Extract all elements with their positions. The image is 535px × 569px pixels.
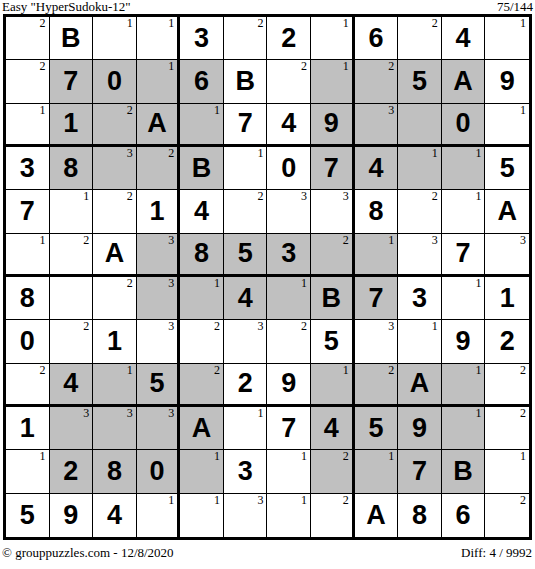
- cell-r5c7[interactable]: 3: [267, 190, 311, 233]
- cell-value: 4: [50, 364, 93, 404]
- pencil-mark: 2: [40, 60, 46, 73]
- cell-r3c9[interactable]: 3: [355, 104, 399, 147]
- cell-value: A: [137, 104, 178, 144]
- cell-value: 4: [224, 277, 267, 319]
- cell-r6c8[interactable]: 2: [311, 234, 355, 277]
- cell-r6c7[interactable]: 3: [267, 234, 311, 277]
- cell-r8c6[interactable]: 3: [224, 320, 268, 363]
- pencil-mark: 2: [388, 364, 394, 377]
- cell-r10c4[interactable]: 3: [137, 407, 181, 450]
- cell-r11c1[interactable]: 1: [6, 450, 50, 493]
- cell-value: 2: [224, 364, 267, 404]
- pencil-mark: 1: [475, 277, 481, 290]
- pencil-mark: 1: [40, 104, 46, 117]
- cell-value: A: [180, 407, 223, 449]
- cell-r5c12[interactable]: A: [485, 190, 529, 233]
- cell-r2c5[interactable]: 6: [180, 60, 224, 103]
- cell-r6c2[interactable]: 2: [50, 234, 94, 277]
- cell-r4c6[interactable]: 1: [224, 147, 268, 190]
- cell-r7c12[interactable]: 1: [485, 277, 529, 320]
- cell-value: 0: [93, 60, 136, 102]
- pencil-mark: 1: [83, 190, 89, 203]
- cell-r11c5[interactable]: 1: [180, 450, 224, 493]
- cell-value: 4: [267, 104, 310, 144]
- cell-r1c11[interactable]: 4: [442, 17, 486, 60]
- pencil-mark: 1: [301, 450, 307, 463]
- cell-r12c11[interactable]: 6: [442, 494, 486, 537]
- cell-r7c4[interactable]: 3: [137, 277, 181, 320]
- cell-r3c6[interactable]: 7: [224, 104, 268, 147]
- cell-value: 8: [180, 234, 223, 274]
- pencil-mark: 3: [520, 234, 526, 247]
- pencil-mark: 2: [343, 450, 349, 463]
- cell-value: 7: [355, 277, 398, 319]
- pencil-mark: 2: [301, 60, 307, 73]
- cell-r6c3[interactable]: A: [93, 234, 137, 277]
- sudoku-board: 2B113221624127016B2125A9112A17493013832B…: [3, 14, 532, 540]
- pencil-mark: 1: [475, 364, 481, 377]
- cell-r9c5[interactable]: 2: [180, 364, 224, 407]
- pencil-mark: 1: [343, 60, 349, 73]
- cell-r1c9[interactable]: 6: [355, 17, 399, 60]
- cell-value: 2: [50, 450, 93, 492]
- cell-r4c10[interactable]: 1: [398, 147, 442, 190]
- cell-r6c11[interactable]: 7: [442, 234, 486, 277]
- cell-r7c6[interactable]: 4: [224, 277, 268, 320]
- cell-value: 5: [311, 320, 352, 362]
- cell-r11c12[interactable]: 1: [485, 450, 529, 493]
- cell-r10c8[interactable]: 4: [311, 407, 355, 450]
- pencil-mark: 3: [168, 277, 174, 290]
- cell-value: 3: [6, 147, 49, 189]
- cell-value: 8: [6, 277, 49, 319]
- cell-value: 9: [50, 494, 93, 537]
- cell-value: 4: [93, 494, 136, 537]
- cell-r5c4[interactable]: 1: [137, 190, 181, 233]
- cell-r2c3[interactable]: 0: [93, 60, 137, 103]
- cell-r2c12[interactable]: 9: [485, 60, 529, 103]
- pencil-mark: 2: [432, 190, 438, 203]
- cell-value: 3: [267, 234, 310, 274]
- cell-r11c6[interactable]: 3: [224, 450, 268, 493]
- cell-r9c8[interactable]: 1: [311, 364, 355, 407]
- cell-r2c8[interactable]: 1: [311, 60, 355, 103]
- cell-r8c1[interactable]: 0: [6, 320, 50, 363]
- cell-r9c4[interactable]: 5: [137, 364, 181, 407]
- cell-r8c8[interactable]: 5: [311, 320, 355, 363]
- cell-r9c6[interactable]: 2: [224, 364, 268, 407]
- pencil-mark: 1: [388, 450, 394, 463]
- pencil-mark: 2: [40, 17, 46, 30]
- cell-r7c10[interactable]: 3: [398, 277, 442, 320]
- cell-r3c8[interactable]: 9: [311, 104, 355, 147]
- pencil-mark: 2: [343, 234, 349, 247]
- pencil-mark: 1: [214, 450, 220, 463]
- cell-r8c7[interactable]: 2: [267, 320, 311, 363]
- pencil-mark: 1: [214, 277, 220, 290]
- cell-value: 7: [6, 190, 49, 232]
- pencil-mark: 1: [40, 234, 46, 247]
- cell-value: 9: [267, 364, 310, 404]
- pencil-mark: 3: [257, 320, 263, 333]
- cell-r10c10[interactable]: 9: [398, 407, 442, 450]
- cell-value: 5: [224, 234, 267, 274]
- cell-value: 7: [267, 407, 310, 449]
- cell-r12c10[interactable]: 8: [398, 494, 442, 537]
- pencil-mark: 1: [301, 277, 307, 290]
- pencil-mark: 2: [127, 190, 133, 203]
- cell-value: 3: [398, 277, 441, 319]
- cell-r9c2[interactable]: 4: [50, 364, 94, 407]
- cell-r1c1[interactable]: 2: [6, 17, 50, 60]
- cell-value: 9: [311, 104, 352, 144]
- progress-counter: 75/144: [497, 0, 533, 13]
- pencil-mark: 3: [168, 234, 174, 247]
- pencil-mark: 2: [214, 364, 220, 377]
- cell-value: 7: [224, 104, 267, 144]
- cell-value: 2: [485, 320, 529, 362]
- cell-r11c11[interactable]: B: [442, 450, 486, 493]
- cell-r5c6[interactable]: 2: [224, 190, 268, 233]
- difficulty-text: Diff: 4 / 9992: [461, 545, 532, 561]
- pencil-mark: 2: [257, 190, 263, 203]
- cell-value: 8: [93, 450, 136, 492]
- cell-r5c3[interactable]: 2: [93, 190, 137, 233]
- cell-r12c12[interactable]: 2: [485, 494, 529, 537]
- cell-r3c7[interactable]: 4: [267, 104, 311, 147]
- cell-r1c5[interactable]: 3: [180, 17, 224, 60]
- cell-value: 7: [398, 450, 441, 492]
- cell-r1c2[interactable]: B: [50, 17, 94, 60]
- cell-r1c8[interactable]: 1: [311, 17, 355, 60]
- cell-r4c4[interactable]: 2: [137, 147, 181, 190]
- cell-r4c1[interactable]: 3: [6, 147, 50, 190]
- pencil-mark: 3: [388, 104, 394, 117]
- pencil-mark: 2: [257, 17, 263, 30]
- cell-r9c11[interactable]: 1: [442, 364, 486, 407]
- cell-r9c1[interactable]: 2: [6, 364, 50, 407]
- cell-r3c1[interactable]: 1: [6, 104, 50, 147]
- pencil-mark: 1: [520, 17, 526, 30]
- cell-r6c10[interactable]: 3: [398, 234, 442, 277]
- pencil-mark: 1: [127, 17, 133, 30]
- cell-r4c3[interactable]: 3: [93, 147, 137, 190]
- cell-r1c4[interactable]: 1: [137, 17, 181, 60]
- pencil-mark: 1: [520, 104, 526, 117]
- cell-value: B: [50, 17, 93, 59]
- pencil-mark: 1: [432, 147, 438, 160]
- cell-r5c8[interactable]: 3: [311, 190, 355, 233]
- cell-value: 4: [355, 147, 398, 189]
- pencil-mark: 1: [257, 147, 263, 160]
- pencil-mark: 2: [343, 494, 349, 507]
- cell-value: A: [485, 190, 529, 232]
- cell-r4c9[interactable]: 4: [355, 147, 399, 190]
- cell-r11c8[interactable]: 2: [311, 450, 355, 493]
- cell-r5c10[interactable]: 2: [398, 190, 442, 233]
- cell-value: 7: [311, 147, 352, 189]
- pencil-mark: 3: [301, 190, 307, 203]
- cell-r2c7[interactable]: 2: [267, 60, 311, 103]
- pencil-mark: 3: [127, 147, 133, 160]
- cell-value: 3: [224, 450, 267, 492]
- cell-value: 1: [137, 190, 178, 232]
- cell-r10c11[interactable]: 1: [442, 407, 486, 450]
- cell-r9c7[interactable]: 9: [267, 364, 311, 407]
- cell-r2c6[interactable]: B: [224, 60, 268, 103]
- cell-r12c1[interactable]: 5: [6, 494, 50, 537]
- page-header: Easy "HyperSudoku-12" 75/144: [0, 0, 535, 14]
- cell-r1c10[interactable]: 2: [398, 17, 442, 60]
- cell-r4c8[interactable]: 7: [311, 147, 355, 190]
- cell-r12c7[interactable]: 1: [267, 494, 311, 537]
- cell-r8c10[interactable]: 1: [398, 320, 442, 363]
- cell-r12c2[interactable]: 9: [50, 494, 94, 537]
- cell-value: 9: [485, 60, 529, 102]
- pencil-mark: 1: [520, 450, 526, 463]
- cell-r7c8[interactable]: B: [311, 277, 355, 320]
- pencil-mark: 2: [83, 320, 89, 333]
- cell-r9c10[interactable]: A: [398, 364, 442, 407]
- pencil-mark: 3: [343, 190, 349, 203]
- cell-r1c3[interactable]: 1: [93, 17, 137, 60]
- cell-r8c3[interactable]: 1: [93, 320, 137, 363]
- cell-value: 0: [267, 147, 310, 189]
- cell-value: 7: [50, 60, 93, 102]
- cell-r7c2[interactable]: [50, 277, 94, 320]
- pencil-mark: 1: [168, 60, 174, 73]
- cell-r1c6[interactable]: 2: [224, 17, 268, 60]
- pencil-mark: 2: [520, 364, 526, 377]
- pencil-mark: 1: [214, 104, 220, 117]
- cell-value: 2: [267, 17, 310, 59]
- cell-value: 8: [50, 147, 93, 189]
- cell-r2c10[interactable]: 5: [398, 60, 442, 103]
- cell-value: A: [398, 364, 441, 404]
- cell-r10c9[interactable]: 5: [355, 407, 399, 450]
- pencil-mark: 3: [257, 494, 263, 507]
- cell-r3c5[interactable]: 1: [180, 104, 224, 147]
- pencil-mark: 1: [301, 494, 307, 507]
- cell-value: 9: [442, 320, 485, 362]
- cell-value: 1: [50, 104, 93, 144]
- cell-r4c7[interactable]: 0: [267, 147, 311, 190]
- cell-r11c3[interactable]: 8: [93, 450, 137, 493]
- cell-r6c5[interactable]: 8: [180, 234, 224, 277]
- cell-r8c11[interactable]: 9: [442, 320, 486, 363]
- pencil-mark: 2: [127, 104, 133, 117]
- pencil-mark: 3: [168, 320, 174, 333]
- cell-r12c9[interactable]: A: [355, 494, 399, 537]
- cell-value: 8: [398, 494, 441, 537]
- pencil-mark: 1: [343, 364, 349, 377]
- cell-r1c7[interactable]: 2: [267, 17, 311, 60]
- pencil-mark: 1: [127, 364, 133, 377]
- pencil-mark: 3: [168, 407, 174, 420]
- cell-r9c3[interactable]: 1: [93, 364, 137, 407]
- cell-r8c9[interactable]: 3: [355, 320, 399, 363]
- cell-r8c2[interactable]: 2: [50, 320, 94, 363]
- cell-value: 5: [485, 147, 529, 189]
- pencil-mark: 2: [168, 147, 174, 160]
- cell-r6c1[interactable]: 1: [6, 234, 50, 277]
- cell-r11c4[interactable]: 0: [137, 450, 181, 493]
- pencil-mark: 2: [520, 407, 526, 420]
- pencil-mark: 2: [40, 364, 46, 377]
- cell-value: B: [180, 147, 223, 189]
- cell-r2c11[interactable]: A: [442, 60, 486, 103]
- cell-r11c9[interactable]: 1: [355, 450, 399, 493]
- cell-r12c8[interactable]: 2: [311, 494, 355, 537]
- cell-r5c2[interactable]: 1: [50, 190, 94, 233]
- cell-r4c2[interactable]: 8: [50, 147, 94, 190]
- pencil-mark: 2: [388, 60, 394, 73]
- cell-r1c12[interactable]: 1: [485, 17, 529, 60]
- pencil-mark: 1: [432, 320, 438, 333]
- cell-value: 4: [442, 17, 485, 59]
- cell-r11c7[interactable]: 1: [267, 450, 311, 493]
- cell-r10c5[interactable]: A: [180, 407, 224, 450]
- cell-value: 6: [180, 60, 223, 102]
- pencil-mark: 1: [168, 494, 174, 507]
- pencil-mark: 2: [432, 17, 438, 30]
- cell-r8c12[interactable]: 2: [485, 320, 529, 363]
- pencil-mark: 3: [83, 407, 89, 420]
- cell-r6c12[interactable]: 3: [485, 234, 529, 277]
- cell-r3c3[interactable]: 2: [93, 104, 137, 147]
- cell-r2c2[interactable]: 7: [50, 60, 94, 103]
- pencil-mark: 1: [343, 17, 349, 30]
- cell-r7c11[interactable]: 1: [442, 277, 486, 320]
- cell-r3c11[interactable]: 0: [442, 104, 486, 147]
- pencil-mark: 2: [127, 277, 133, 290]
- cell-r7c1[interactable]: 8: [6, 277, 50, 320]
- pencil-mark: 3: [388, 320, 394, 333]
- cell-r11c10[interactable]: 7: [398, 450, 442, 493]
- copyright-text: © grouppuzzles.com - 12/8/2020: [2, 545, 174, 561]
- page-footer: © grouppuzzles.com - 12/8/2020 Diff: 4 /…: [0, 540, 535, 569]
- cell-r2c1[interactable]: 2: [6, 60, 50, 103]
- cell-r10c1[interactable]: 1: [6, 407, 50, 450]
- cell-value: 0: [6, 320, 49, 362]
- cell-value: 8: [355, 190, 398, 232]
- cell-r8c4[interactable]: 3: [137, 320, 181, 363]
- cell-value: 0: [442, 104, 485, 144]
- cell-r4c5[interactable]: B: [180, 147, 224, 190]
- cell-r7c5[interactable]: 1: [180, 277, 224, 320]
- pencil-mark: 2: [83, 234, 89, 247]
- cell-value: 0: [137, 450, 178, 492]
- cell-r6c4[interactable]: 3: [137, 234, 181, 277]
- cell-r7c7[interactable]: 1: [267, 277, 311, 320]
- cell-r2c4[interactable]: 1: [137, 60, 181, 103]
- cell-value: 1: [6, 407, 49, 449]
- cell-r3c12[interactable]: 1: [485, 104, 529, 147]
- cell-value: A: [355, 494, 398, 537]
- pencil-mark: 1: [475, 190, 481, 203]
- cell-r12c6[interactable]: 3: [224, 494, 268, 537]
- cell-value: B: [224, 60, 267, 102]
- pencil-mark: 1: [168, 17, 174, 30]
- cell-value: 5: [6, 494, 49, 537]
- cell-value: B: [442, 450, 485, 492]
- cell-r12c3[interactable]: 4: [93, 494, 137, 537]
- cell-r5c5[interactable]: 4: [180, 190, 224, 233]
- cell-r5c1[interactable]: 7: [6, 190, 50, 233]
- pencil-mark: 2: [520, 494, 526, 507]
- cell-value: 1: [485, 277, 529, 319]
- cell-r5c11[interactable]: 1: [442, 190, 486, 233]
- cell-value: A: [93, 234, 136, 274]
- pencil-mark: 1: [40, 450, 46, 463]
- cell-value: 1: [93, 320, 136, 362]
- pencil-mark: 3: [127, 407, 133, 420]
- cell-r7c3[interactable]: 2: [93, 277, 137, 320]
- cell-value: 5: [398, 60, 441, 102]
- cell-r4c11[interactable]: 1: [442, 147, 486, 190]
- cell-r4c12[interactable]: 5: [485, 147, 529, 190]
- cell-r10c2[interactable]: 3: [50, 407, 94, 450]
- cell-r3c4[interactable]: A: [137, 104, 181, 147]
- cell-r3c10[interactable]: [398, 104, 442, 147]
- pencil-mark: 3: [432, 234, 438, 247]
- cell-value: 9: [398, 407, 441, 449]
- cell-r10c3[interactable]: 3: [93, 407, 137, 450]
- pencil-mark: 1: [257, 407, 263, 420]
- cell-value: 4: [311, 407, 352, 449]
- page-title: Easy "HyperSudoku-12": [2, 0, 131, 13]
- cell-r8c5[interactable]: 2: [180, 320, 224, 363]
- cell-value: 5: [137, 364, 178, 404]
- cell-value: 6: [442, 494, 485, 537]
- cell-value: 4: [180, 190, 223, 232]
- cell-r10c7[interactable]: 7: [267, 407, 311, 450]
- cell-r7c9[interactable]: 7: [355, 277, 399, 320]
- cell-value: 5: [355, 407, 398, 449]
- cell-r6c9[interactable]: 1: [355, 234, 399, 277]
- cell-r5c9[interactable]: 8: [355, 190, 399, 233]
- pencil-mark: 1: [475, 147, 481, 160]
- cell-r9c9[interactable]: 2: [355, 364, 399, 407]
- pencil-mark: 2: [214, 320, 220, 333]
- cell-value: A: [442, 60, 485, 102]
- cell-r10c6[interactable]: 1: [224, 407, 268, 450]
- cell-r6c6[interactable]: 5: [224, 234, 268, 277]
- cell-r11c2[interactable]: 2: [50, 450, 94, 493]
- cell-r12c4[interactable]: 1: [137, 494, 181, 537]
- pencil-mark: 1: [475, 407, 481, 420]
- cell-r12c5[interactable]: 1: [180, 494, 224, 537]
- cell-r10c12[interactable]: 2: [485, 407, 529, 450]
- cell-value: B: [311, 277, 352, 319]
- pencil-mark: 1: [214, 494, 220, 507]
- cell-value: 6: [355, 17, 398, 59]
- cell-r2c9[interactable]: 2: [355, 60, 399, 103]
- cell-r3c2[interactable]: 1: [50, 104, 94, 147]
- cell-r9c12[interactable]: 2: [485, 364, 529, 407]
- cell-value: 7: [442, 234, 485, 274]
- pencil-mark: 1: [388, 234, 394, 247]
- pencil-mark: 2: [301, 320, 307, 333]
- cell-value: 3: [180, 17, 223, 59]
